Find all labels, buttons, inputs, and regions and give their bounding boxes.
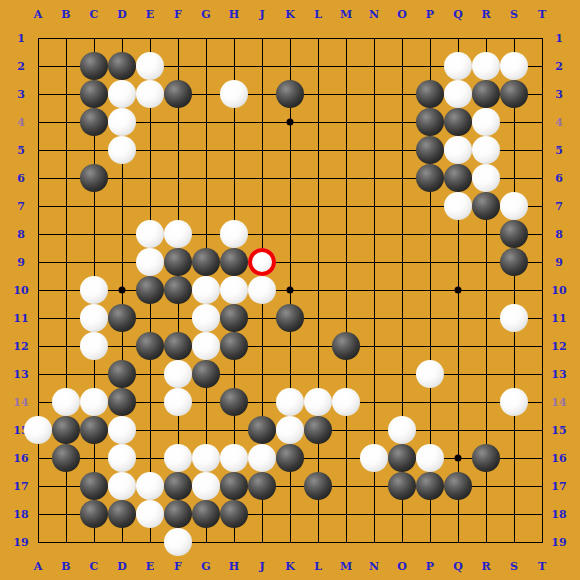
col-label-top-A: A [34,8,43,21]
col-label-top-L: L [314,8,322,21]
stone-black-H12[interactable] [220,332,248,360]
stone-black-C3[interactable] [80,80,108,108]
stone-black-Q6[interactable] [444,164,472,192]
stone-black-H11[interactable] [220,304,248,332]
row-label-right-7: 7 [555,200,563,213]
stone-white-E18[interactable] [136,500,164,528]
stone-white-P16[interactable] [416,444,444,472]
stone-white-G11[interactable] [192,304,220,332]
stone-black-G13[interactable] [192,360,220,388]
row-label-right-18: 18 [551,508,566,521]
stone-white-K14[interactable] [276,388,304,416]
stone-white-H10[interactable] [220,276,248,304]
row-label-left-8: 8 [17,228,25,241]
row-label-right-5: 5 [555,144,563,157]
stone-black-C6[interactable] [80,164,108,192]
stone-black-C17[interactable] [80,472,108,500]
col-label-bottom-P: P [426,560,434,573]
grid-line-vertical-M [346,38,347,543]
stone-black-F10[interactable] [164,276,192,304]
col-label-bottom-H: H [229,560,239,573]
row-label-left-1: 1 [17,32,25,45]
stone-black-R3[interactable] [472,80,500,108]
stone-white-G12[interactable] [192,332,220,360]
col-label-bottom-Q: Q [453,560,463,573]
stone-black-R7[interactable] [472,192,500,220]
stone-white-H16[interactable] [220,444,248,472]
stone-white-C10[interactable] [80,276,108,304]
col-label-top-S: S [510,8,518,21]
stone-black-D14[interactable] [108,388,136,416]
stone-white-N16[interactable] [360,444,388,472]
go-board[interactable]: ABCDEFGHJKLMNOPQRST ABCDEFGHJKLMNOPQRST … [0,0,580,580]
stone-black-S3[interactable] [500,80,528,108]
row-label-right-9: 9 [555,256,563,269]
stone-white-G10[interactable] [192,276,220,304]
stone-white-Q5[interactable] [444,136,472,164]
row-label-left-17: 17 [13,480,28,493]
stone-black-F17[interactable] [164,472,192,500]
stone-white-H3[interactable] [220,80,248,108]
stone-white-E17[interactable] [136,472,164,500]
col-label-bottom-G: G [201,560,210,573]
stone-black-F3[interactable] [164,80,192,108]
stone-white-F8[interactable] [164,220,192,248]
stone-white-C11[interactable] [80,304,108,332]
stone-white-H8[interactable] [220,220,248,248]
stone-white-S11[interactable] [500,304,528,332]
grid-line-horizontal-19 [38,542,543,543]
stone-black-K16[interactable] [276,444,304,472]
stone-white-S2[interactable] [500,52,528,80]
col-label-top-E: E [146,8,154,21]
stone-black-F12[interactable] [164,332,192,360]
stone-white-S14[interactable] [500,388,528,416]
stone-black-P3[interactable] [416,80,444,108]
col-label-top-Q: Q [453,8,463,21]
stone-white-M14[interactable] [332,388,360,416]
col-label-top-F: F [174,8,182,21]
stone-black-P6[interactable] [416,164,444,192]
star-point-D10 [119,287,126,294]
star-point-K4 [287,119,294,126]
col-label-bottom-C: C [90,560,99,573]
last-move-marker-J9 [248,248,276,276]
row-label-left-9: 9 [17,256,25,269]
stone-black-H17[interactable] [220,472,248,500]
col-label-bottom-D: D [117,560,127,573]
stone-white-B14[interactable] [52,388,80,416]
stone-white-R6[interactable] [472,164,500,192]
stone-black-H18[interactable] [220,500,248,528]
col-label-top-G: G [201,8,210,21]
row-label-right-12: 12 [551,340,566,353]
stone-white-K15[interactable] [276,416,304,444]
stone-white-E8[interactable] [136,220,164,248]
stone-white-R5[interactable] [472,136,500,164]
stone-white-F19[interactable] [164,528,192,556]
stone-white-G16[interactable] [192,444,220,472]
row-label-right-17: 17 [551,480,566,493]
stone-white-D15[interactable] [108,416,136,444]
row-label-left-14: 14 [13,396,28,409]
stone-white-D5[interactable] [108,136,136,164]
col-label-bottom-R: R [481,560,490,573]
col-label-top-R: R [481,8,490,21]
row-label-right-13: 13 [551,368,566,381]
stone-black-K3[interactable] [276,80,304,108]
row-label-left-11: 11 [13,312,28,325]
stone-white-D17[interactable] [108,472,136,500]
row-label-right-10: 10 [551,284,566,297]
col-label-top-N: N [369,8,379,21]
stone-white-P13[interactable] [416,360,444,388]
stone-white-C12[interactable] [80,332,108,360]
stone-white-L14[interactable] [304,388,332,416]
stone-white-O15[interactable] [388,416,416,444]
stone-black-D2[interactable] [108,52,136,80]
col-label-bottom-M: M [340,560,352,573]
row-label-left-2: 2 [17,60,25,73]
col-label-top-O: O [397,8,407,21]
stone-black-D13[interactable] [108,360,136,388]
stone-black-H9[interactable] [220,248,248,276]
col-label-bottom-B: B [61,560,70,573]
row-label-right-19: 19 [551,536,566,549]
stone-white-J10[interactable] [248,276,276,304]
col-label-bottom-T: T [538,560,546,573]
stone-black-P17[interactable] [416,472,444,500]
stone-black-D18[interactable] [108,500,136,528]
stone-white-E2[interactable] [136,52,164,80]
stone-black-R16[interactable] [472,444,500,472]
stone-black-F9[interactable] [164,248,192,276]
stone-white-D4[interactable] [108,108,136,136]
stone-black-C18[interactable] [80,500,108,528]
stone-white-F13[interactable] [164,360,192,388]
row-label-left-10: 10 [13,284,28,297]
star-point-Q10 [455,287,462,294]
grid-line-vertical-T [542,38,543,543]
row-label-left-4: 4 [17,116,25,129]
row-label-right-11: 11 [551,312,566,325]
stone-white-Q3[interactable] [444,80,472,108]
col-label-bottom-A: A [34,560,43,573]
col-label-top-H: H [229,8,239,21]
stone-black-O16[interactable] [388,444,416,472]
stone-white-D16[interactable] [108,444,136,472]
row-label-right-6: 6 [555,172,563,185]
stone-black-Q17[interactable] [444,472,472,500]
col-label-top-T: T [538,8,546,21]
stone-white-C14[interactable] [80,388,108,416]
stone-black-E12[interactable] [136,332,164,360]
col-label-bottom-S: S [510,560,518,573]
stone-black-O17[interactable] [388,472,416,500]
col-label-top-K: K [285,8,295,21]
stone-black-H14[interactable] [220,388,248,416]
star-point-K10 [287,287,294,294]
stone-black-J15[interactable] [248,416,276,444]
col-label-top-J: J [259,8,264,21]
row-label-left-16: 16 [13,452,28,465]
row-label-right-15: 15 [551,424,566,437]
col-label-top-D: D [117,8,127,21]
stone-black-B15[interactable] [52,416,80,444]
col-label-bottom-E: E [146,560,154,573]
row-label-right-4: 4 [555,116,563,129]
col-label-top-C: C [90,8,99,21]
stone-white-D3[interactable] [108,80,136,108]
row-label-right-14: 14 [551,396,566,409]
row-label-right-1: 1 [555,32,563,45]
col-label-bottom-F: F [174,560,182,573]
grid-line-vertical-S [514,38,515,543]
stone-black-L17[interactable] [304,472,332,500]
row-label-right-3: 3 [555,88,563,101]
stone-white-F16[interactable] [164,444,192,472]
stone-white-R2[interactable] [472,52,500,80]
stone-white-A15[interactable] [24,416,52,444]
col-label-top-B: B [61,8,70,21]
col-label-bottom-K: K [285,560,295,573]
grid-line-horizontal-12 [38,346,543,347]
grid-line-vertical-L [318,38,319,543]
stone-black-D11[interactable] [108,304,136,332]
row-label-left-12: 12 [13,340,28,353]
stone-black-C2[interactable] [80,52,108,80]
stone-white-E9[interactable] [136,248,164,276]
row-label-right-16: 16 [551,452,566,465]
stone-black-M12[interactable] [332,332,360,360]
row-label-right-8: 8 [555,228,563,241]
stone-white-G17[interactable] [192,472,220,500]
stone-black-K11[interactable] [276,304,304,332]
stone-black-G9[interactable] [192,248,220,276]
col-label-top-M: M [340,8,352,21]
stone-black-P5[interactable] [416,136,444,164]
row-label-left-5: 5 [17,144,25,157]
stone-black-S9[interactable] [500,248,528,276]
row-label-left-13: 13 [13,368,28,381]
row-label-right-2: 2 [555,60,563,73]
col-label-bottom-J: J [259,560,264,573]
stone-white-S7[interactable] [500,192,528,220]
stone-white-E3[interactable] [136,80,164,108]
row-label-left-6: 6 [17,172,25,185]
star-point-Q16 [455,455,462,462]
stone-black-C4[interactable] [80,108,108,136]
stone-black-F18[interactable] [164,500,192,528]
col-label-top-P: P [426,8,434,21]
col-label-bottom-L: L [314,560,322,573]
row-label-left-18: 18 [13,508,28,521]
col-label-bottom-N: N [369,560,379,573]
stone-white-Q7[interactable] [444,192,472,220]
stone-black-E10[interactable] [136,276,164,304]
stone-white-F14[interactable] [164,388,192,416]
stone-black-S8[interactable] [500,220,528,248]
stone-white-R4[interactable] [472,108,500,136]
stone-white-Q2[interactable] [444,52,472,80]
stone-black-C15[interactable] [80,416,108,444]
stone-black-G18[interactable] [192,500,220,528]
stone-black-L15[interactable] [304,416,332,444]
stone-black-J17[interactable] [248,472,276,500]
stone-black-Q4[interactable] [444,108,472,136]
stone-black-B16[interactable] [52,444,80,472]
stone-white-J16[interactable] [248,444,276,472]
row-label-left-19: 19 [13,536,28,549]
stone-black-P4[interactable] [416,108,444,136]
col-label-bottom-O: O [397,560,407,573]
row-label-left-7: 7 [17,200,25,213]
row-label-left-3: 3 [17,88,25,101]
